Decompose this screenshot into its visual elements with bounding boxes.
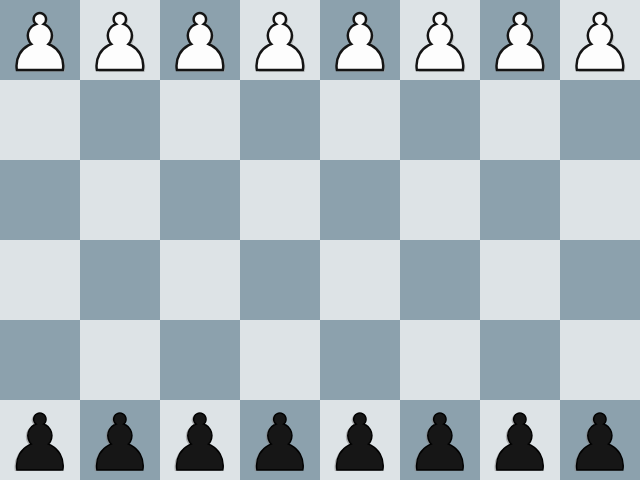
square-r3c8[interactable]: [560, 160, 640, 240]
square-r1c1[interactable]: ♟: [0, 0, 80, 80]
square-r5c6[interactable]: [400, 320, 480, 400]
square-r6c4[interactable]: ♟: [240, 400, 320, 480]
square-r3c4[interactable]: [240, 160, 320, 240]
square-r6c5[interactable]: ♟: [320, 400, 400, 480]
square-r5c1[interactable]: [0, 320, 80, 400]
black-pawn[interactable]: ♟: [85, 403, 155, 480]
square-r2c1[interactable]: [0, 80, 80, 160]
square-r4c6[interactable]: [400, 240, 480, 320]
square-r5c7[interactable]: [480, 320, 560, 400]
square-r2c4[interactable]: [240, 80, 320, 160]
square-r2c5[interactable]: [320, 80, 400, 160]
square-r5c3[interactable]: [160, 320, 240, 400]
square-r3c5[interactable]: [320, 160, 400, 240]
black-pawn[interactable]: ♟: [325, 403, 395, 480]
square-r3c7[interactable]: [480, 160, 560, 240]
black-pawn[interactable]: ♟: [5, 403, 75, 480]
square-r4c3[interactable]: [160, 240, 240, 320]
square-r6c2[interactable]: ♟: [80, 400, 160, 480]
square-r1c7[interactable]: ♟: [480, 0, 560, 80]
square-r1c3[interactable]: ♟: [160, 0, 240, 80]
black-pawn[interactable]: ♟: [405, 403, 475, 480]
square-r2c2[interactable]: [80, 80, 160, 160]
chess-board[interactable]: ♟♟♟♟♟♟♟♟♟♟♟♟♟♟♟♟: [0, 0, 640, 480]
square-r1c6[interactable]: ♟: [400, 0, 480, 80]
square-r3c3[interactable]: [160, 160, 240, 240]
square-r3c2[interactable]: [80, 160, 160, 240]
square-r4c1[interactable]: [0, 240, 80, 320]
square-r6c7[interactable]: ♟: [480, 400, 560, 480]
square-r2c7[interactable]: [480, 80, 560, 160]
square-r6c3[interactable]: ♟: [160, 400, 240, 480]
black-pawn[interactable]: ♟: [565, 403, 635, 480]
square-r4c4[interactable]: [240, 240, 320, 320]
square-r3c6[interactable]: [400, 160, 480, 240]
square-r5c4[interactable]: [240, 320, 320, 400]
black-pawn[interactable]: ♟: [245, 403, 315, 480]
square-r1c8[interactable]: ♟: [560, 0, 640, 80]
square-r1c5[interactable]: ♟: [320, 0, 400, 80]
square-r5c5[interactable]: [320, 320, 400, 400]
square-r3c1[interactable]: [0, 160, 80, 240]
square-r6c1[interactable]: ♟: [0, 400, 80, 480]
white-pawn[interactable]: ♟: [245, 3, 315, 80]
white-pawn[interactable]: ♟: [565, 3, 635, 80]
white-pawn[interactable]: ♟: [485, 3, 555, 80]
square-r2c6[interactable]: [400, 80, 480, 160]
black-pawn[interactable]: ♟: [485, 403, 555, 480]
square-r4c2[interactable]: [80, 240, 160, 320]
square-r2c3[interactable]: [160, 80, 240, 160]
square-r4c5[interactable]: [320, 240, 400, 320]
black-pawn[interactable]: ♟: [165, 403, 235, 480]
white-pawn[interactable]: ♟: [5, 3, 75, 80]
square-r1c2[interactable]: ♟: [80, 0, 160, 80]
square-r5c2[interactable]: [80, 320, 160, 400]
square-r5c8[interactable]: [560, 320, 640, 400]
white-pawn[interactable]: ♟: [325, 3, 395, 80]
square-r1c4[interactable]: ♟: [240, 0, 320, 80]
white-pawn[interactable]: ♟: [85, 3, 155, 80]
white-pawn[interactable]: ♟: [165, 3, 235, 80]
square-r4c7[interactable]: [480, 240, 560, 320]
square-r4c8[interactable]: [560, 240, 640, 320]
square-r6c6[interactable]: ♟: [400, 400, 480, 480]
white-pawn[interactable]: ♟: [405, 3, 475, 80]
square-r2c8[interactable]: [560, 80, 640, 160]
square-r6c8[interactable]: ♟: [560, 400, 640, 480]
